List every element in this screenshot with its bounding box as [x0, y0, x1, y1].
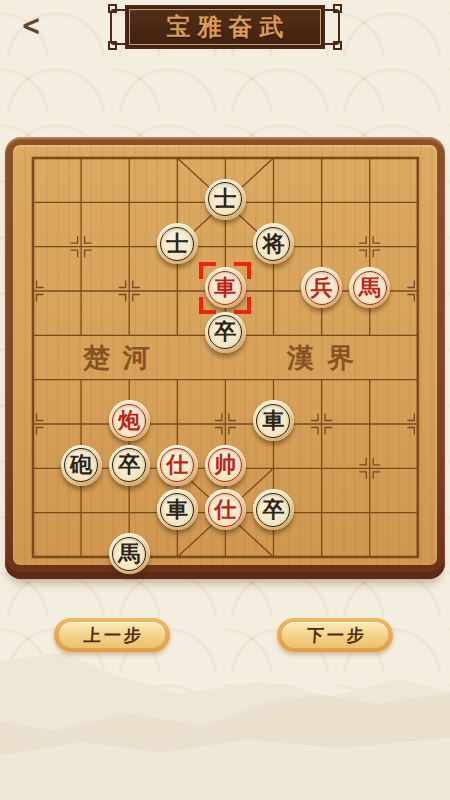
back-chevron-icon: < [21, 10, 41, 42]
piece-black-soldier[interactable]: 卒 [253, 489, 294, 530]
piece-face: 士 [208, 182, 242, 216]
piece-face: 卒 [208, 315, 242, 349]
piece-black-horse[interactable]: 馬 [109, 533, 150, 574]
banner-ornament-right [325, 9, 340, 45]
board-cell: 士 [153, 225, 201, 269]
piece-black-general[interactable]: 将 [253, 223, 294, 264]
piece-red-advisor[interactable]: 仕 [157, 445, 198, 486]
banner-ornament-left [110, 9, 125, 45]
piece-red-soldier[interactable]: 兵 [301, 267, 342, 308]
piece-face: 将 [256, 227, 290, 261]
piece-black-soldier[interactable]: 卒 [109, 445, 150, 486]
board-cell: 卒 [105, 446, 153, 490]
board-cell: 砲 [57, 446, 105, 490]
piece-black-chariot[interactable]: 車 [157, 489, 198, 530]
move-controls: 上一步 下一步 [0, 618, 450, 658]
board-cell: 車 [249, 402, 297, 446]
title-banner: 宝雅奋武 [110, 5, 340, 49]
piece-face: 卒 [256, 493, 290, 527]
banner-core: 宝雅奋武 [125, 5, 325, 49]
piece-face: 仕 [160, 448, 194, 482]
piece-face: 炮 [112, 404, 146, 438]
piece-red-chariot[interactable]: 車 [205, 267, 246, 308]
previous-move-button[interactable]: 上一步 [54, 618, 170, 652]
piece-red-cannon[interactable]: 炮 [109, 400, 150, 441]
board-cell: 車 [153, 490, 201, 534]
board-cell: 炮 [105, 402, 153, 446]
piece-black-chariot[interactable]: 車 [253, 400, 294, 441]
board-cell: 仕 [153, 446, 201, 490]
piece-face: 馬 [353, 271, 387, 305]
board-cell: 馬 [346, 269, 394, 313]
piece-red-advisor[interactable]: 仕 [205, 489, 246, 530]
piece-red-general[interactable]: 帅 [205, 445, 246, 486]
board-cell: 車 [201, 269, 249, 313]
piece-face: 卒 [112, 448, 146, 482]
xiangqi-board: 士士将車兵馬卒炮車砲卒仕帅車仕卒馬 [9, 136, 442, 579]
board-cell: 将 [249, 225, 297, 269]
board-cell: 卒 [249, 490, 297, 534]
piece-face: 仕 [208, 493, 242, 527]
board-cell: 兵 [298, 269, 346, 313]
previous-move-label: 上一步 [80, 624, 145, 647]
piece-face: 馬 [112, 537, 146, 571]
piece-face: 砲 [64, 448, 98, 482]
board-cell: 馬 [105, 535, 153, 579]
piece-red-horse[interactable]: 馬 [349, 267, 390, 308]
piece-black-advisor[interactable]: 士 [205, 179, 246, 220]
header: < 宝雅奋武 [0, 0, 450, 60]
board-cell: 帅 [201, 446, 249, 490]
piece-black-cannon[interactable]: 砲 [61, 445, 102, 486]
piece-face: 車 [256, 404, 290, 438]
previous-move-button-face: 上一步 [59, 622, 165, 648]
piece-face: 兵 [305, 271, 339, 305]
back-button[interactable]: < [16, 10, 46, 45]
piece-face: 士 [160, 227, 194, 261]
piece-face: 車 [208, 271, 242, 305]
next-move-button[interactable]: 下一步 [277, 618, 393, 652]
board-cell: 卒 [201, 313, 249, 357]
piece-black-advisor[interactable]: 士 [157, 223, 198, 264]
next-move-label: 下一步 [303, 624, 368, 647]
board-cell: 士 [201, 180, 249, 224]
piece-black-soldier[interactable]: 卒 [205, 312, 246, 353]
board-cell: 仕 [201, 490, 249, 534]
page-title: 宝雅奋武 [160, 11, 291, 43]
next-move-button-face: 下一步 [282, 622, 388, 648]
piece-face: 車 [160, 493, 194, 527]
piece-face: 帅 [208, 448, 242, 482]
